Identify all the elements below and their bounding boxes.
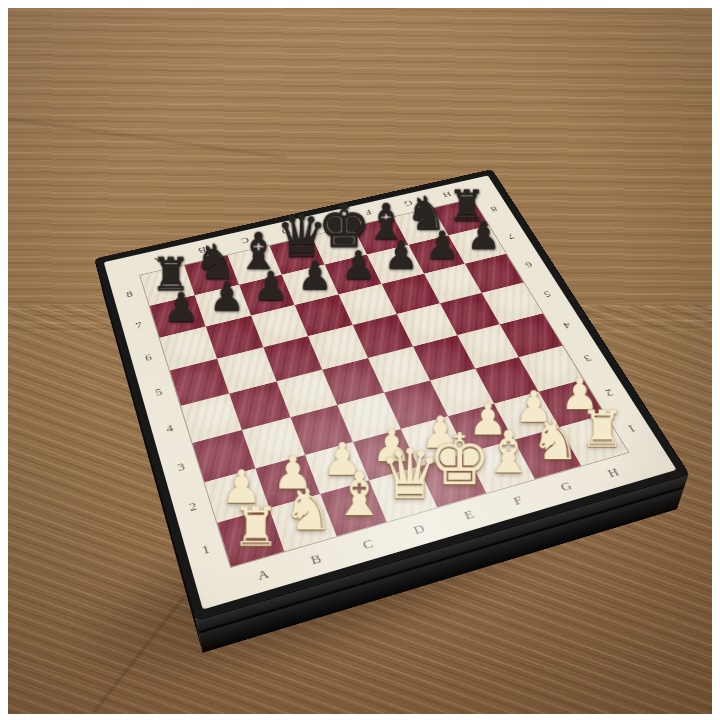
table-photo: ABCDEFGH ABCDEFGH 87654321 87654321 ♜♞♝♛… [8,8,712,714]
photo-vignette [8,8,712,714]
